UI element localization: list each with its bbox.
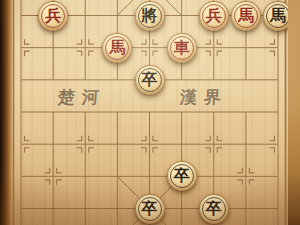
piece-black-soldier[interactable]: 卒 xyxy=(135,65,165,95)
piece-red-soldier[interactable]: 兵 xyxy=(199,1,229,31)
piece-red-soldier[interactable]: 兵 xyxy=(38,1,68,31)
piece-red-chariot[interactable]: 車 xyxy=(167,33,197,63)
piece-black-general[interactable]: 將 xyxy=(135,1,165,31)
piece-glyph: 馬 xyxy=(270,7,286,23)
xiangqi-board[interactable]: 楚河 漢界 兵將兵馬馬馬車卒卒卒卒 xyxy=(0,0,300,225)
piece-glyph: 馬 xyxy=(238,7,254,23)
board-grid xyxy=(0,0,300,225)
piece-glyph: 兵 xyxy=(45,7,61,23)
piece-glyph: 車 xyxy=(174,39,190,55)
piece-glyph: 馬 xyxy=(109,39,125,55)
board-right-edge xyxy=(288,0,300,225)
piece-glyph: 卒 xyxy=(174,168,190,184)
piece-black-soldier[interactable]: 卒 xyxy=(167,161,197,191)
piece-black-soldier[interactable]: 卒 xyxy=(199,194,229,224)
piece-black-soldier[interactable]: 卒 xyxy=(135,194,165,224)
piece-glyph: 卒 xyxy=(206,200,222,216)
river-label-han: 漢界 xyxy=(179,86,229,108)
piece-red-horse[interactable]: 馬 xyxy=(102,33,132,63)
board-surface[interactable]: 楚河 漢界 兵將兵馬馬馬車卒卒卒卒 xyxy=(0,0,300,225)
piece-red-horse[interactable]: 馬 xyxy=(231,1,261,31)
piece-glyph: 將 xyxy=(142,7,158,23)
river-label-chu: 楚河 xyxy=(57,86,107,108)
piece-glyph: 卒 xyxy=(142,200,158,216)
board-left-edge xyxy=(0,0,12,225)
piece-glyph: 卒 xyxy=(142,71,158,87)
piece-glyph: 兵 xyxy=(206,7,222,23)
